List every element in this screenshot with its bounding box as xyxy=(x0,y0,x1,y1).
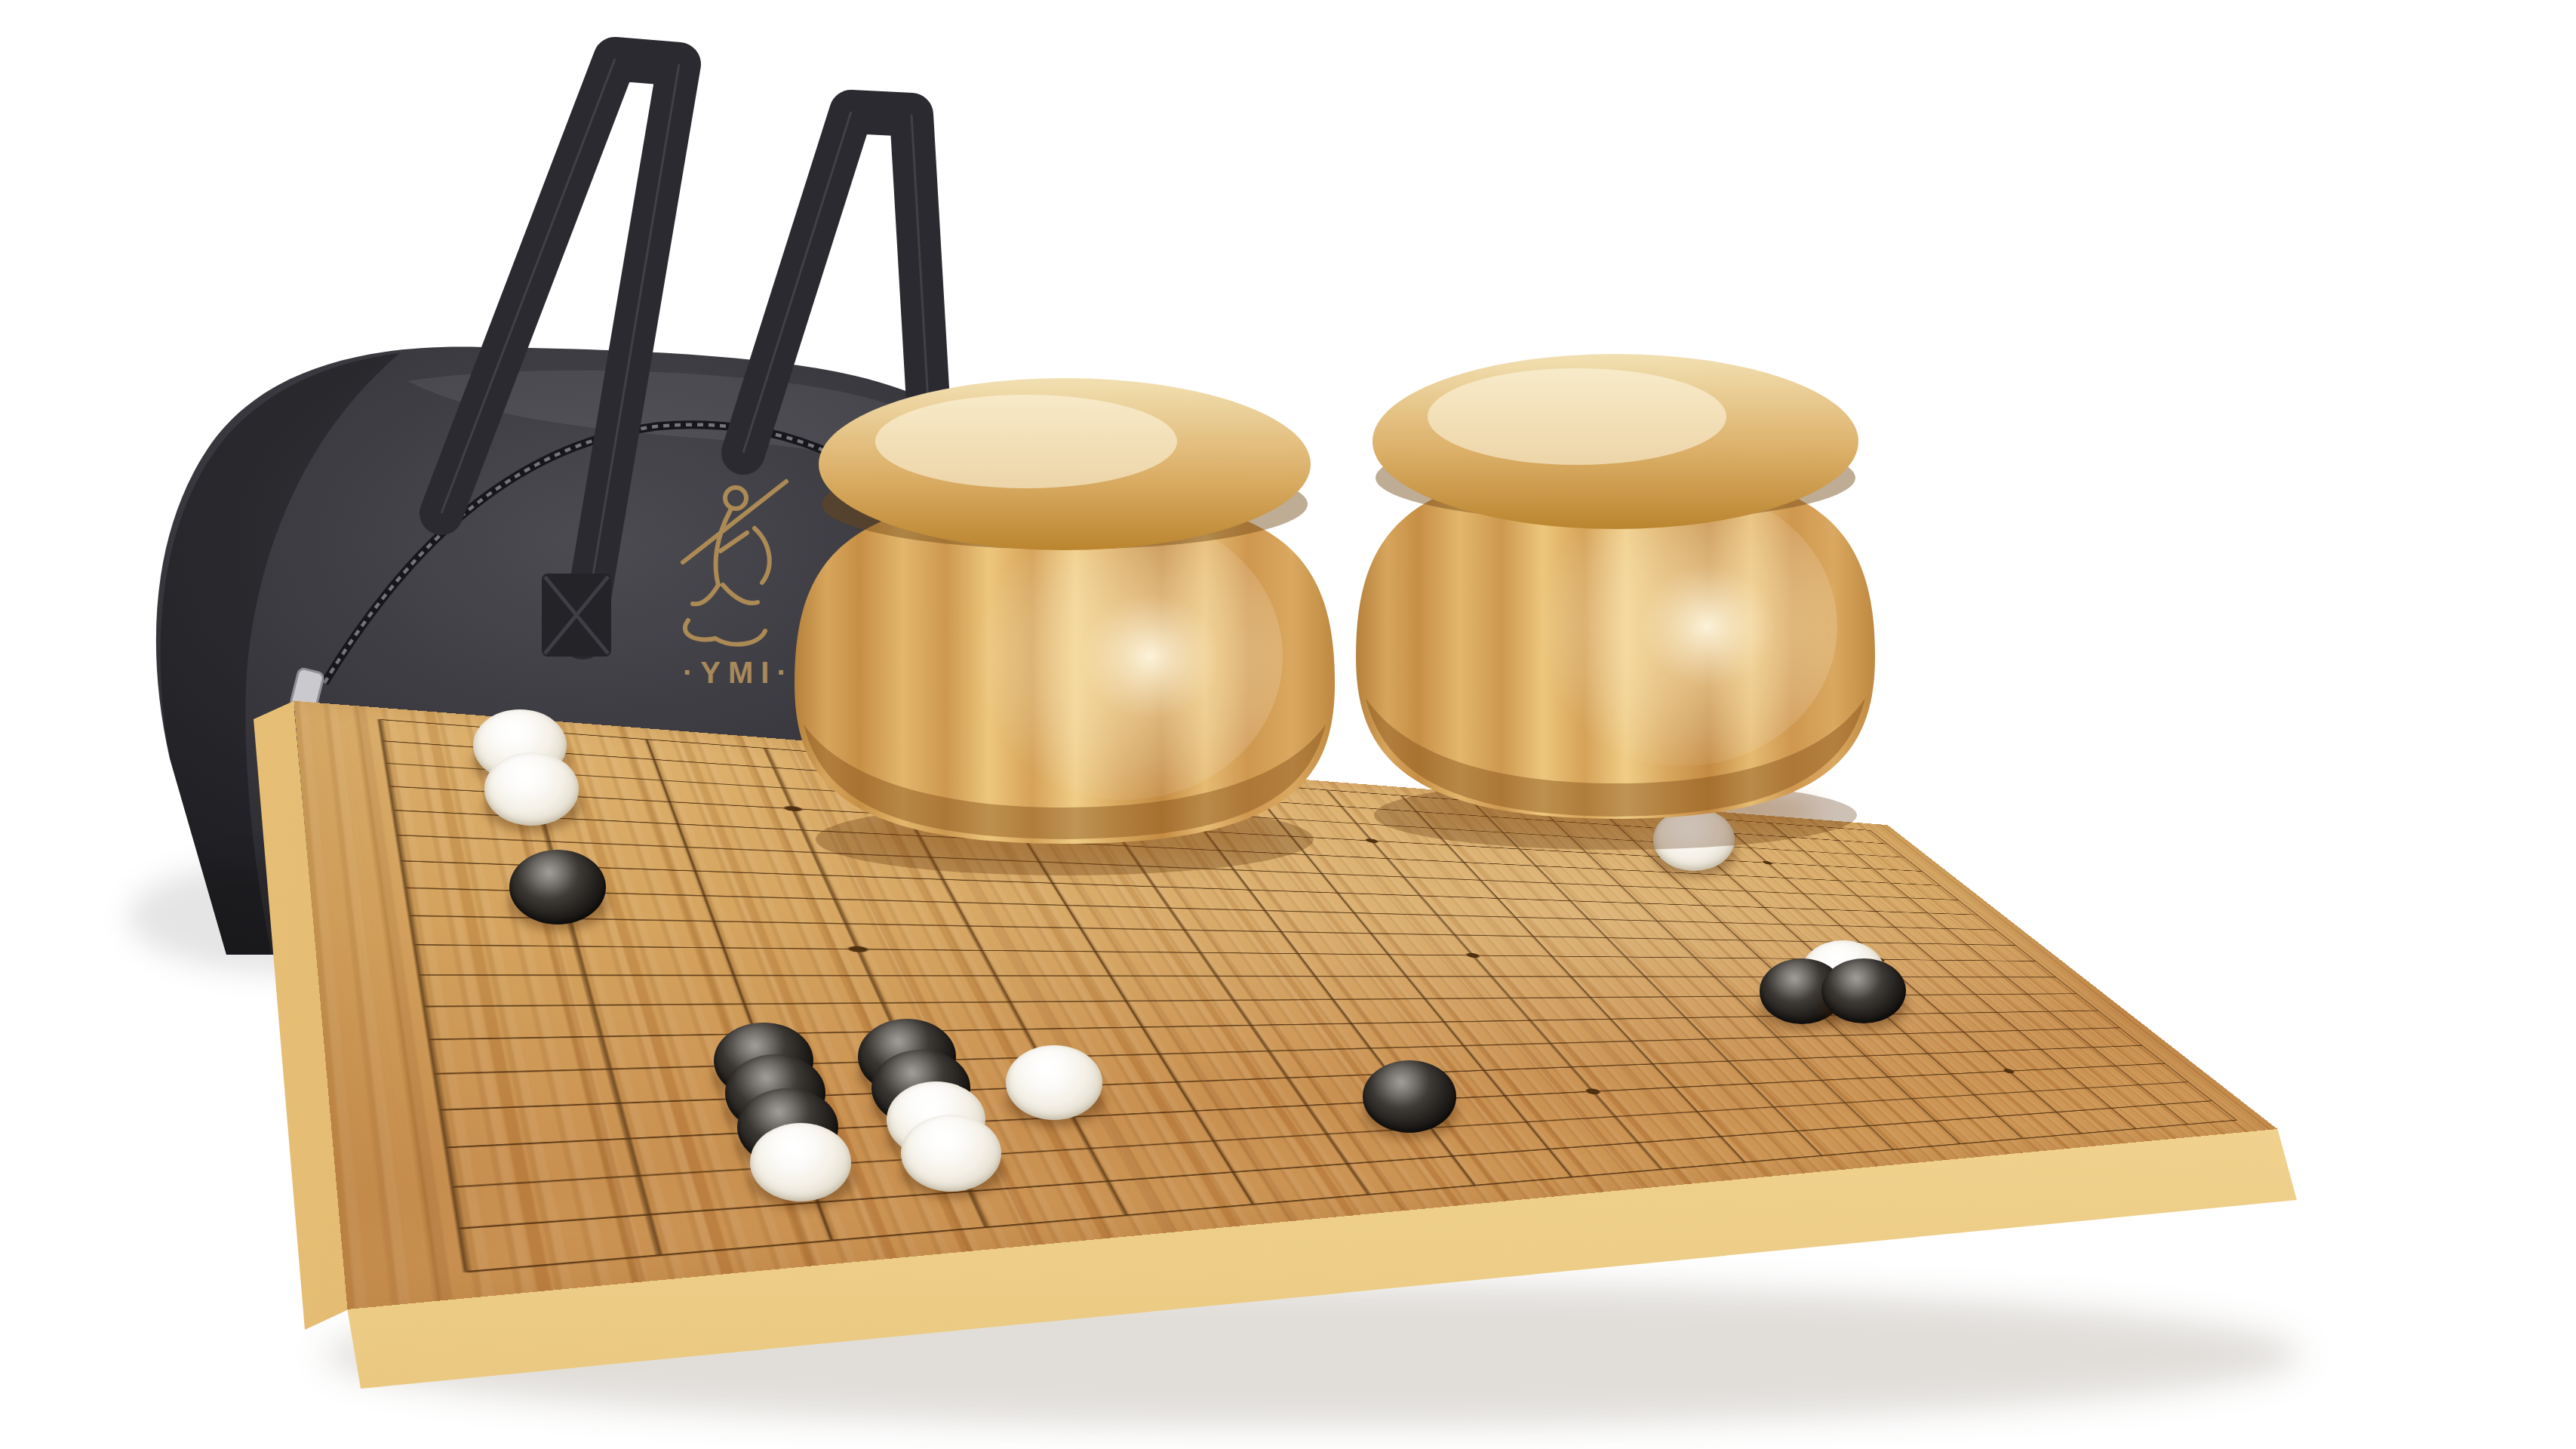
bowl-left xyxy=(795,378,1335,875)
stone-bowls xyxy=(0,0,2576,1449)
bowl-right xyxy=(1356,354,1875,850)
scene: ·YMI· xyxy=(0,0,2576,1449)
